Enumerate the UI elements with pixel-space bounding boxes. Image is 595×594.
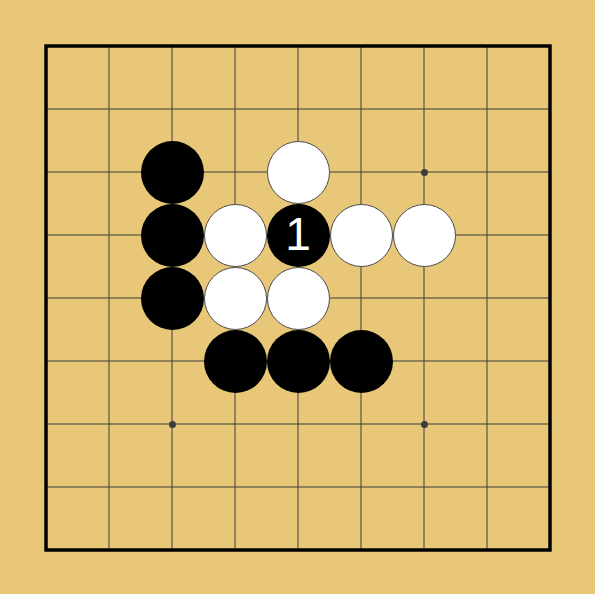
intersection-c2r3[interactable]: [78, 141, 141, 204]
intersection-c3r9[interactable]: [141, 519, 204, 582]
intersection-c2r6[interactable]: [78, 330, 141, 393]
intersection-c7r5[interactable]: [393, 267, 456, 330]
intersection-c8r7[interactable]: [456, 393, 519, 456]
intersection-c3r1[interactable]: [141, 15, 204, 78]
intersection-c8r6[interactable]: [456, 330, 519, 393]
move-number-label: 1: [285, 211, 311, 257]
white-stone: [393, 204, 456, 267]
intersection-c1r8[interactable]: [15, 456, 78, 519]
intersection-c2r5[interactable]: [78, 267, 141, 330]
intersection-c3r6[interactable]: [141, 330, 204, 393]
intersection-c5r3[interactable]: [267, 141, 330, 204]
intersection-c7r9[interactable]: [393, 519, 456, 582]
intersection-c3r2[interactable]: [141, 78, 204, 141]
intersection-c6r9[interactable]: [330, 519, 393, 582]
intersection-c6r6[interactable]: [330, 330, 393, 393]
intersection-c6r3[interactable]: [330, 141, 393, 204]
intersection-c4r3[interactable]: [204, 141, 267, 204]
intersection-c5r2[interactable]: [267, 78, 330, 141]
intersection-c7r4[interactable]: [393, 204, 456, 267]
black-stone: [267, 330, 330, 393]
intersection-c5r9[interactable]: [267, 519, 330, 582]
intersection-c7r1[interactable]: [393, 15, 456, 78]
intersection-c8r9[interactable]: [456, 519, 519, 582]
intersection-c4r7[interactable]: [204, 393, 267, 456]
black-stone: [204, 330, 267, 393]
intersection-c9r2[interactable]: [519, 78, 582, 141]
white-stone: [204, 204, 267, 267]
intersection-c1r9[interactable]: [15, 519, 78, 582]
intersection-c4r6[interactable]: [204, 330, 267, 393]
intersection-c7r3[interactable]: [393, 141, 456, 204]
black-stone: [330, 330, 393, 393]
intersection-c4r2[interactable]: [204, 78, 267, 141]
intersection-c1r2[interactable]: [15, 78, 78, 141]
intersection-c9r7[interactable]: [519, 393, 582, 456]
intersection-c9r9[interactable]: [519, 519, 582, 582]
black-stone: [141, 204, 204, 267]
intersection-c4r5[interactable]: [204, 267, 267, 330]
intersection-c1r4[interactable]: [15, 204, 78, 267]
intersection-c5r8[interactable]: [267, 456, 330, 519]
intersection-c2r4[interactable]: [78, 204, 141, 267]
intersection-c3r4[interactable]: [141, 204, 204, 267]
intersection-c1r3[interactable]: [15, 141, 78, 204]
intersection-c8r3[interactable]: [456, 141, 519, 204]
intersection-c4r8[interactable]: [204, 456, 267, 519]
intersection-c5r6[interactable]: [267, 330, 330, 393]
intersection-c9r3[interactable]: [519, 141, 582, 204]
intersection-c4r1[interactable]: [204, 15, 267, 78]
intersection-c9r6[interactable]: [519, 330, 582, 393]
intersection-c1r6[interactable]: [15, 330, 78, 393]
board-intersections: 1: [15, 15, 582, 582]
intersection-c6r5[interactable]: [330, 267, 393, 330]
black-stone: 1: [267, 204, 330, 267]
intersection-c5r5[interactable]: [267, 267, 330, 330]
white-stone: [330, 204, 393, 267]
intersection-c1r5[interactable]: [15, 267, 78, 330]
star-point: [169, 421, 176, 428]
intersection-c6r7[interactable]: [330, 393, 393, 456]
intersection-c3r7[interactable]: [141, 393, 204, 456]
intersection-c2r8[interactable]: [78, 456, 141, 519]
intersection-c6r1[interactable]: [330, 15, 393, 78]
intersection-c2r7[interactable]: [78, 393, 141, 456]
intersection-c9r1[interactable]: [519, 15, 582, 78]
star-point: [421, 421, 428, 428]
black-stone: [141, 267, 204, 330]
intersection-c6r8[interactable]: [330, 456, 393, 519]
black-stone: [141, 141, 204, 204]
intersection-c4r4[interactable]: [204, 204, 267, 267]
intersection-c7r7[interactable]: [393, 393, 456, 456]
intersection-c6r4[interactable]: [330, 204, 393, 267]
intersection-c8r1[interactable]: [456, 15, 519, 78]
intersection-c8r8[interactable]: [456, 456, 519, 519]
intersection-c1r1[interactable]: [15, 15, 78, 78]
intersection-c6r2[interactable]: [330, 78, 393, 141]
intersection-c3r3[interactable]: [141, 141, 204, 204]
intersection-c5r1[interactable]: [267, 15, 330, 78]
intersection-c1r7[interactable]: [15, 393, 78, 456]
go-board: 1: [0, 0, 595, 594]
intersection-c5r4[interactable]: 1: [267, 204, 330, 267]
intersection-c7r8[interactable]: [393, 456, 456, 519]
white-stone: [267, 141, 330, 204]
white-stone: [204, 267, 267, 330]
intersection-c8r2[interactable]: [456, 78, 519, 141]
intersection-c9r4[interactable]: [519, 204, 582, 267]
intersection-c7r6[interactable]: [393, 330, 456, 393]
intersection-c7r2[interactable]: [393, 78, 456, 141]
intersection-c4r9[interactable]: [204, 519, 267, 582]
intersection-c5r7[interactable]: [267, 393, 330, 456]
intersection-c3r8[interactable]: [141, 456, 204, 519]
intersection-c9r8[interactable]: [519, 456, 582, 519]
intersection-c9r5[interactable]: [519, 267, 582, 330]
intersection-c8r5[interactable]: [456, 267, 519, 330]
intersection-c2r9[interactable]: [78, 519, 141, 582]
intersection-c3r5[interactable]: [141, 267, 204, 330]
intersection-c2r1[interactable]: [78, 15, 141, 78]
intersection-c2r2[interactable]: [78, 78, 141, 141]
white-stone: [267, 267, 330, 330]
star-point: [421, 169, 428, 176]
intersection-c8r4[interactable]: [456, 204, 519, 267]
